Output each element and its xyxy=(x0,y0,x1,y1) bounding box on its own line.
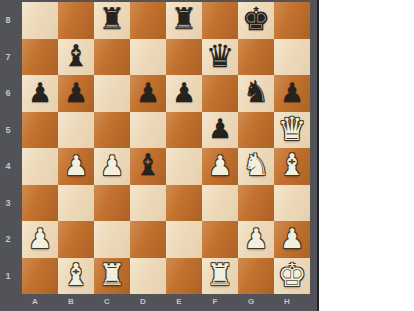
file-label-h: H xyxy=(274,294,310,311)
chess-piece-white-pawn[interactable]: ♟ xyxy=(100,152,124,179)
chess-piece-white-pawn[interactable]: ♟ xyxy=(280,225,304,252)
file-label-g: G xyxy=(238,294,274,311)
board-square-c7[interactable] xyxy=(94,39,130,76)
file-label-a: A xyxy=(22,294,58,311)
chess-piece-black-pawn[interactable]: ♟ xyxy=(64,79,88,106)
board-square-g6[interactable]: ♞ xyxy=(238,75,274,112)
file-labels: ABCDEFGH xyxy=(22,294,310,311)
board-square-h5[interactable]: ♛ xyxy=(274,112,310,149)
board-square-b5[interactable] xyxy=(58,112,94,149)
board-square-g4[interactable]: ♞ xyxy=(238,148,274,185)
board-square-d6[interactable]: ♟ xyxy=(130,75,166,112)
board-square-f8[interactable] xyxy=(202,2,238,39)
chess-piece-black-pawn[interactable]: ♟ xyxy=(172,79,196,106)
chess-board[interactable]: ♜♜♚♝♛♟♟♟♟♞♟♟♛♟♟♝♟♞♝♟♟♟♝♜♜♚ xyxy=(22,2,310,294)
board-square-e1[interactable] xyxy=(166,258,202,295)
chess-piece-white-queen[interactable]: ♛ xyxy=(278,113,307,145)
board-square-h2[interactable]: ♟ xyxy=(274,221,310,258)
board-square-c8[interactable]: ♜ xyxy=(94,2,130,39)
board-square-b3[interactable] xyxy=(58,185,94,222)
board-square-h7[interactable] xyxy=(274,39,310,76)
board-square-b8[interactable] xyxy=(58,2,94,39)
chess-piece-white-pawn[interactable]: ♟ xyxy=(28,225,52,252)
rank-label-8: 8 xyxy=(0,2,22,39)
board-square-b7[interactable]: ♝ xyxy=(58,39,94,76)
board-square-a8[interactable] xyxy=(22,2,58,39)
page-background xyxy=(321,0,414,311)
board-square-f5[interactable]: ♟ xyxy=(202,112,238,149)
chess-piece-black-rook[interactable]: ♜ xyxy=(99,4,126,34)
board-square-g1[interactable] xyxy=(238,258,274,295)
board-square-d3[interactable] xyxy=(130,185,166,222)
board-square-d5[interactable] xyxy=(130,112,166,149)
chess-piece-white-pawn[interactable]: ♟ xyxy=(64,152,88,179)
board-square-h4[interactable]: ♝ xyxy=(274,148,310,185)
chess-piece-white-king[interactable]: ♚ xyxy=(278,259,307,291)
file-label-b: B xyxy=(58,294,94,311)
chess-piece-white-rook[interactable]: ♜ xyxy=(207,260,234,290)
board-square-c1[interactable]: ♜ xyxy=(94,258,130,295)
chess-piece-white-rook[interactable]: ♜ xyxy=(99,260,126,290)
rank-labels: 87654321 xyxy=(0,2,22,294)
board-square-a3[interactable] xyxy=(22,185,58,222)
chess-piece-black-queen[interactable]: ♛ xyxy=(206,40,235,72)
file-label-e: E xyxy=(166,294,202,311)
rank-label-5: 5 xyxy=(0,112,22,149)
board-square-c4[interactable]: ♟ xyxy=(94,148,130,185)
board-square-c5[interactable] xyxy=(94,112,130,149)
board-square-d8[interactable] xyxy=(130,2,166,39)
board-square-b4[interactable]: ♟ xyxy=(58,148,94,185)
board-square-e4[interactable] xyxy=(166,148,202,185)
chess-piece-black-pawn[interactable]: ♟ xyxy=(280,79,304,106)
chess-piece-black-king[interactable]: ♚ xyxy=(242,3,271,35)
board-square-e2[interactable] xyxy=(166,221,202,258)
board-square-a2[interactable]: ♟ xyxy=(22,221,58,258)
board-square-g8[interactable]: ♚ xyxy=(238,2,274,39)
chess-piece-black-pawn[interactable]: ♟ xyxy=(208,115,232,142)
chess-piece-white-pawn[interactable]: ♟ xyxy=(208,152,232,179)
board-square-c3[interactable] xyxy=(94,185,130,222)
board-square-g5[interactable] xyxy=(238,112,274,149)
board-square-h3[interactable] xyxy=(274,185,310,222)
board-square-e3[interactable] xyxy=(166,185,202,222)
board-square-f6[interactable] xyxy=(202,75,238,112)
chess-piece-black-pawn[interactable]: ♟ xyxy=(136,79,160,106)
board-square-a1[interactable] xyxy=(22,258,58,295)
board-square-d7[interactable] xyxy=(130,39,166,76)
board-square-f2[interactable] xyxy=(202,221,238,258)
chess-piece-black-knight[interactable]: ♞ xyxy=(243,77,270,107)
board-square-b1[interactable]: ♝ xyxy=(58,258,94,295)
board-square-a7[interactable] xyxy=(22,39,58,76)
board-square-e7[interactable] xyxy=(166,39,202,76)
chess-piece-white-bishop[interactable]: ♝ xyxy=(63,260,90,290)
board-square-e6[interactable]: ♟ xyxy=(166,75,202,112)
board-square-b2[interactable] xyxy=(58,221,94,258)
board-square-g7[interactable] xyxy=(238,39,274,76)
chess-piece-black-pawn[interactable]: ♟ xyxy=(28,79,52,106)
chess-piece-black-bishop[interactable]: ♝ xyxy=(135,150,162,180)
board-square-e5[interactable] xyxy=(166,112,202,149)
board-square-f3[interactable] xyxy=(202,185,238,222)
app-window: 87654321 ♜♜♚♝♛♟♟♟♟♞♟♟♛♟♟♝♟♞♝♟♟♟♝♜♜♚ ABCD… xyxy=(0,0,414,311)
board-square-c2[interactable] xyxy=(94,221,130,258)
chess-piece-black-rook[interactable]: ♜ xyxy=(171,4,198,34)
file-label-d: D xyxy=(130,294,166,311)
chess-piece-white-knight[interactable]: ♞ xyxy=(243,150,270,180)
board-square-h1[interactable]: ♚ xyxy=(274,258,310,295)
board-square-h8[interactable] xyxy=(274,2,310,39)
board-square-h6[interactable]: ♟ xyxy=(274,75,310,112)
board-square-d2[interactable] xyxy=(130,221,166,258)
board-square-a5[interactable] xyxy=(22,112,58,149)
chess-piece-black-bishop[interactable]: ♝ xyxy=(63,41,90,71)
chess-piece-white-pawn[interactable]: ♟ xyxy=(244,225,268,252)
rank-label-1: 1 xyxy=(0,258,22,295)
board-square-c6[interactable] xyxy=(94,75,130,112)
board-square-d1[interactable] xyxy=(130,258,166,295)
board-square-e8[interactable]: ♜ xyxy=(166,2,202,39)
rank-label-4: 4 xyxy=(0,148,22,185)
rank-label-6: 6 xyxy=(0,75,22,112)
board-square-a4[interactable] xyxy=(22,148,58,185)
board-square-a6[interactable]: ♟ xyxy=(22,75,58,112)
board-square-b6[interactable]: ♟ xyxy=(58,75,94,112)
board-square-g2[interactable]: ♟ xyxy=(238,221,274,258)
rank-label-7: 7 xyxy=(0,39,22,76)
chess-piece-white-bishop[interactable]: ♝ xyxy=(279,150,306,180)
board-square-f4[interactable]: ♟ xyxy=(202,148,238,185)
file-label-f: F xyxy=(202,294,238,311)
rank-label-3: 3 xyxy=(0,185,22,222)
file-label-c: C xyxy=(94,294,130,311)
board-square-f1[interactable]: ♜ xyxy=(202,258,238,295)
board-square-g3[interactable] xyxy=(238,185,274,222)
rank-label-2: 2 xyxy=(0,221,22,258)
board-square-f7[interactable]: ♛ xyxy=(202,39,238,76)
board-square-d4[interactable]: ♝ xyxy=(130,148,166,185)
board-frame: 87654321 ♜♜♚♝♛♟♟♟♟♞♟♟♛♟♟♝♟♞♝♟♟♟♝♜♜♚ ABCD… xyxy=(0,0,319,311)
